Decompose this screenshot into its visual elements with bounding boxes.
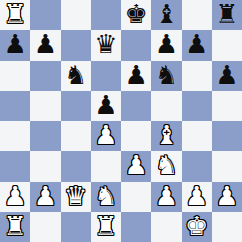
square-a4[interactable]: [0, 121, 30, 151]
square-b1[interactable]: [30, 212, 60, 242]
square-h7[interactable]: [212, 30, 242, 60]
black-pawn[interactable]: ♟: [155, 31, 178, 57]
black-king[interactable]: ♚: [124, 1, 147, 27]
white-king[interactable]: ♚: [185, 213, 208, 239]
white-pawn[interactable]: ♟: [185, 183, 208, 209]
square-b8[interactable]: [30, 0, 60, 30]
square-d6[interactable]: [91, 61, 121, 91]
white-knight[interactable]: ♞: [155, 152, 178, 178]
white-pawn[interactable]: ♟: [215, 183, 238, 209]
black-pawn[interactable]: ♟: [34, 31, 57, 57]
square-a1[interactable]: ♜: [0, 212, 30, 242]
square-d3[interactable]: [91, 151, 121, 181]
square-a3[interactable]: [0, 151, 30, 181]
black-knight[interactable]: ♞: [155, 62, 178, 88]
square-a6[interactable]: [0, 61, 30, 91]
square-f4[interactable]: ♝: [151, 121, 181, 151]
square-c4[interactable]: [61, 121, 91, 151]
square-c3[interactable]: [61, 151, 91, 181]
white-queen[interactable]: ♛: [64, 183, 87, 209]
square-b2[interactable]: ♟: [30, 182, 60, 212]
square-h6[interactable]: ♟: [212, 61, 242, 91]
square-h5[interactable]: [212, 91, 242, 121]
white-pawn[interactable]: ♟: [155, 183, 178, 209]
black-rook[interactable]: ♜: [215, 1, 238, 27]
black-queen[interactable]: ♛: [94, 31, 117, 57]
white-pawn[interactable]: ♟: [3, 183, 26, 209]
square-g5[interactable]: [182, 91, 212, 121]
white-rook[interactable]: ♜: [3, 213, 26, 239]
square-h8[interactable]: ♜: [212, 0, 242, 30]
white-rook[interactable]: ♜: [94, 213, 117, 239]
square-a7[interactable]: ♟: [0, 30, 30, 60]
square-e6[interactable]: ♟: [121, 61, 151, 91]
square-e4[interactable]: [121, 121, 151, 151]
square-b3[interactable]: [30, 151, 60, 181]
square-d4[interactable]: ♟: [91, 121, 121, 151]
square-e2[interactable]: [121, 182, 151, 212]
square-f8[interactable]: ♝: [151, 0, 181, 30]
black-knight[interactable]: ♞: [64, 62, 87, 88]
black-pawn[interactable]: ♟: [3, 31, 26, 57]
square-g3[interactable]: [182, 151, 212, 181]
square-g7[interactable]: ♟: [182, 30, 212, 60]
black-pawn[interactable]: ♟: [215, 62, 238, 88]
square-f7[interactable]: ♟: [151, 30, 181, 60]
square-d8[interactable]: [91, 0, 121, 30]
square-d5[interactable]: ♟: [91, 91, 121, 121]
white-knight[interactable]: ♞: [94, 183, 117, 209]
black-pawn[interactable]: ♟: [124, 62, 147, 88]
square-d7[interactable]: ♛: [91, 30, 121, 60]
square-f3[interactable]: ♞: [151, 151, 181, 181]
square-b4[interactable]: [30, 121, 60, 151]
black-bishop[interactable]: ♝: [155, 1, 178, 27]
white-pawn[interactable]: ♟: [94, 122, 117, 148]
square-d1[interactable]: ♜: [91, 212, 121, 242]
square-c6[interactable]: ♞: [61, 61, 91, 91]
square-h2[interactable]: ♟: [212, 182, 242, 212]
square-e8[interactable]: ♚: [121, 0, 151, 30]
square-e1[interactable]: [121, 212, 151, 242]
square-h4[interactable]: [212, 121, 242, 151]
square-f5[interactable]: [151, 91, 181, 121]
square-h3[interactable]: [212, 151, 242, 181]
square-b5[interactable]: [30, 91, 60, 121]
square-b7[interactable]: ♟: [30, 30, 60, 60]
white-rook[interactable]: ♜: [3, 1, 26, 27]
square-g2[interactable]: ♟: [182, 182, 212, 212]
square-f1[interactable]: [151, 212, 181, 242]
white-pawn[interactable]: ♟: [124, 152, 147, 178]
square-g8[interactable]: [182, 0, 212, 30]
square-c8[interactable]: [61, 0, 91, 30]
square-c7[interactable]: [61, 30, 91, 60]
square-g4[interactable]: [182, 121, 212, 151]
square-g1[interactable]: ♚: [182, 212, 212, 242]
white-pawn[interactable]: ♟: [34, 183, 57, 209]
white-bishop[interactable]: ♝: [155, 122, 178, 148]
square-a2[interactable]: ♟: [0, 182, 30, 212]
square-g6[interactable]: [182, 61, 212, 91]
square-f6[interactable]: ♞: [151, 61, 181, 91]
square-a5[interactable]: [0, 91, 30, 121]
square-d2[interactable]: ♞: [91, 182, 121, 212]
square-c2[interactable]: ♛: [61, 182, 91, 212]
square-b6[interactable]: [30, 61, 60, 91]
black-pawn[interactable]: ♟: [94, 92, 117, 118]
square-e3[interactable]: ♟: [121, 151, 151, 181]
square-a8[interactable]: ♜: [0, 0, 30, 30]
square-e5[interactable]: [121, 91, 151, 121]
chess-board: ♜♚♝♜♟♟♛♟♟♞♟♞♟♟♟♝♟♞♟♟♛♞♟♟♟♜♜♚: [0, 0, 242, 242]
square-c5[interactable]: [61, 91, 91, 121]
square-e7[interactable]: [121, 30, 151, 60]
square-f2[interactable]: ♟: [151, 182, 181, 212]
square-h1[interactable]: [212, 212, 242, 242]
black-pawn[interactable]: ♟: [185, 31, 208, 57]
square-c1[interactable]: [61, 212, 91, 242]
